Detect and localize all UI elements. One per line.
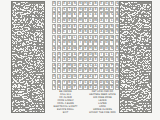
grid-cell: L <box>52 7 56 12</box>
grid-cell: G <box>72 18 77 23</box>
grid-cell: K <box>99 74 104 79</box>
grid-cell: R <box>88 40 92 45</box>
grid-cell: T <box>52 80 56 85</box>
grid-cell: K <box>62 46 67 51</box>
grid-cell: L <box>62 74 67 79</box>
grid-cell: N <box>109 46 114 51</box>
grid-cell: K <box>115 24 119 29</box>
grid-cell: L <box>72 35 77 40</box>
grid-cell: B <box>93 1 98 6</box>
grid-cell: R <box>109 24 114 29</box>
grid-cell: D <box>62 24 67 29</box>
grid-cell: U <box>104 68 109 73</box>
grid-cell: F <box>93 74 98 79</box>
grid-cell: Z <box>99 57 104 62</box>
grid-cell: G <box>72 80 77 85</box>
grid-cell: E <box>67 18 72 23</box>
grid-cell: R <box>88 68 92 73</box>
grid-cell: E <box>78 12 83 17</box>
grid-cell: F <box>78 74 83 79</box>
grid-cell: P <box>83 68 87 73</box>
grid-cell: E <box>72 24 77 29</box>
grid-cell: S <box>52 57 56 62</box>
grid-cell: O <box>99 35 104 40</box>
grid-cell: E <box>83 52 87 57</box>
grid-cell: A <box>52 63 56 68</box>
grid-cell: H <box>83 1 87 6</box>
grid-cell: 9 <box>88 24 92 29</box>
grid-cell: R <box>93 52 98 57</box>
grid-cell: 1 <box>88 29 92 34</box>
grid-cell: Z <box>67 57 72 62</box>
grid-cell: C <box>52 40 56 45</box>
grid-cell: E <box>72 7 77 12</box>
grid-cell: S <box>83 35 87 40</box>
grid-cell: L <box>104 52 109 57</box>
grid-cell: E <box>93 7 98 12</box>
grid-cell: A <box>88 57 92 62</box>
word-list-item: EXIT <box>47 112 84 115</box>
grid-cell: A <box>93 12 98 17</box>
word-search-grid: ELEARNHCBEGESLISTENEAEMAEPESMOKEALARMSAC… <box>52 1 118 88</box>
grid-cell: S <box>62 52 67 57</box>
grid-cell: D <box>83 57 87 62</box>
grid-cell: R <box>104 74 109 79</box>
grid-cell: M <box>109 29 114 34</box>
grid-cell: S <box>57 40 61 45</box>
grid-cell: D <box>115 74 119 79</box>
grid-cell: R <box>72 1 77 6</box>
grid-cell: O <box>72 40 77 45</box>
grid-cell: T <box>72 29 77 34</box>
grid-cell: O <box>62 35 67 40</box>
grid-cell: G <box>115 85 119 90</box>
grid-cell: L <box>88 12 92 17</box>
grid-cell: L <box>57 63 61 68</box>
grid-cell: S <box>115 1 119 6</box>
grid-cell: A <box>99 29 104 34</box>
grid-cell: T <box>67 7 72 12</box>
grid-cell: C <box>88 1 92 6</box>
grid-cell: S <box>57 12 61 17</box>
word-list: BE AWARECALL 911CO ALARMCOOK SAFELYCOOL … <box>47 91 121 115</box>
grid-cell: A <box>104 57 109 62</box>
grid-cell: D <box>78 68 83 73</box>
word-list-column-right: GET LOW AND GOHEATERS NEED SPACEKID FREE… <box>84 91 121 115</box>
grid-cell: N <box>83 40 87 45</box>
grid-cell: E <box>83 85 87 90</box>
grid-cell: T <box>67 35 72 40</box>
grid-cell: N <box>104 80 109 85</box>
grid-cell: C <box>52 18 56 23</box>
grid-cell: R <box>115 18 119 23</box>
grid-cell: W <box>72 46 77 51</box>
grid-cell: E <box>62 68 67 73</box>
grid-cell: R <box>115 63 119 68</box>
grid-cell: O <box>67 12 72 17</box>
grid-cell: P <box>78 52 83 57</box>
grid-cell: C <box>99 40 104 45</box>
grid-cell: R <box>93 46 98 51</box>
grid-cell: C <box>62 29 67 34</box>
grid-cell: E <box>109 1 114 6</box>
grid-cell: R <box>99 12 104 17</box>
grid-cell: E <box>93 35 98 40</box>
grid-cell: A <box>104 7 109 12</box>
grid-cell: E <box>115 46 119 51</box>
grid-cell: S <box>109 12 114 17</box>
grid-cell: E <box>83 46 87 51</box>
grid-cell: M <box>67 63 72 68</box>
grid-cell: L <box>109 18 114 23</box>
grid-cell: M <box>99 7 104 12</box>
grid-cell: T <box>78 80 83 85</box>
decorative-border-right <box>119 1 152 113</box>
grid-cell: E <box>52 1 56 6</box>
word-list-column-left: BE AWARECALL 911CO ALARMCOOK SAFELYCOOL … <box>47 91 84 115</box>
grid-cell: A <box>93 24 98 29</box>
grid-cell: G <box>104 1 109 6</box>
grid-cell: X <box>67 24 72 29</box>
grid-cell: E <box>78 46 83 51</box>
grid-cell: S <box>88 63 92 68</box>
grid-cell: A <box>67 1 72 6</box>
grid-cell: R <box>78 85 83 90</box>
grid-cell: F <box>72 85 77 90</box>
grid-cell: E <box>99 1 104 6</box>
grid-cell: E <box>109 7 114 12</box>
grid-cell: O <box>104 46 109 51</box>
grid-cell: K <box>57 35 61 40</box>
grid-cell: N <box>78 7 83 12</box>
grid-cell: E <box>78 63 83 68</box>
grid-cell: B <box>104 63 109 68</box>
grid-cell: I <box>104 18 109 23</box>
grid-cell: G <box>72 68 77 73</box>
grid-cell: O <box>104 40 109 45</box>
grid-cell: F <box>52 68 56 73</box>
grid-cell: M <box>104 12 109 17</box>
word-list-item: SPARKY THE FIRE DOG <box>84 112 121 115</box>
grid-cell: D <box>72 63 77 68</box>
puzzle-page: ELEARNHCBEGESLISTENEAEMAEPESMOKEALARMSAC… <box>0 0 160 120</box>
grid-cell: T <box>115 35 119 40</box>
grid-cell: J <box>57 74 61 79</box>
grid-cell: E <box>104 24 109 29</box>
grid-cell: E <box>83 7 87 12</box>
grid-cell: S <box>83 63 87 68</box>
grid-cell: R <box>52 29 56 34</box>
grid-cell: A <box>67 46 72 51</box>
grid-cell: I <box>57 7 61 12</box>
grid-cell: I <box>52 35 56 40</box>
grid-cell: E <box>88 80 92 85</box>
grid-cell: O <box>115 80 119 85</box>
grid-cell: T <box>99 68 104 73</box>
grid-cell: I <box>67 29 72 34</box>
grid-cell: B <box>57 80 61 85</box>
grid-cell: A <box>78 35 83 40</box>
grid-cell: D <box>88 52 92 57</box>
grid-cell: C <box>83 80 87 85</box>
grid-cell: Y <box>52 85 56 90</box>
grid-cell: N <box>78 1 83 6</box>
grid-cell: A <box>115 12 119 17</box>
grid-cell: I <box>99 63 104 68</box>
grid-cell: W <box>93 18 98 23</box>
grid-cell: O <box>93 80 98 85</box>
grid-cell: 1 <box>88 35 92 40</box>
grid-cell: U <box>67 74 72 79</box>
grid-cell: A <box>83 12 87 17</box>
grid-cell: M <box>62 12 67 17</box>
grid-cell: L <box>99 24 104 29</box>
grid-cell: A <box>109 68 114 73</box>
grid-cell: A <box>88 7 92 12</box>
grid-cell: E <box>57 52 61 57</box>
grid-cell: S <box>78 24 83 29</box>
grid-cell: T <box>109 40 114 45</box>
grid-cell: C <box>104 35 109 40</box>
grid-cell: R <box>67 80 72 85</box>
grid-cell: D <box>104 29 109 34</box>
grid-cell: O <box>57 29 61 34</box>
grid-cell: E <box>52 12 56 17</box>
grid-cell: P <box>115 7 119 12</box>
grid-cell: F <box>57 57 61 62</box>
grid-cell: S <box>109 80 114 85</box>
grid-cell: T <box>57 68 61 73</box>
grid-cell: N <box>67 40 72 45</box>
grid-cell: E <box>83 24 87 29</box>
grid-cell: I <box>99 52 104 57</box>
grid-cell: A <box>99 18 104 23</box>
grid-cell: D <box>99 80 104 85</box>
grid-cell: E <box>62 1 67 6</box>
grid-cell: O <box>62 40 67 45</box>
grid-cell: L <box>88 18 92 23</box>
decorative-border-left <box>11 1 45 113</box>
grid-cell: I <box>115 57 119 62</box>
grid-cell: E <box>93 57 98 62</box>
grid-cell: I <box>78 40 83 45</box>
grid-cell: M <box>78 18 83 23</box>
grid-cell: E <box>93 68 98 73</box>
grid-cell: H <box>115 40 119 45</box>
grid-cell: F <box>115 52 119 57</box>
grid-cell: E <box>67 68 72 73</box>
grid-cell: T <box>83 18 87 23</box>
grid-cell: P <box>109 63 114 68</box>
grid-cell: R <box>93 29 98 34</box>
grid-cell: E <box>115 68 119 73</box>
grid-cell: A <box>93 63 98 68</box>
grid-cell: L <box>57 18 61 23</box>
grid-cell: A <box>83 74 87 79</box>
grid-cell: T <box>52 24 56 29</box>
grid-cell: A <box>52 46 56 51</box>
grid-cell: K <box>72 12 77 17</box>
grid-cell: A <box>88 74 92 79</box>
grid-cell: C <box>67 52 72 57</box>
grid-cell: Y <box>115 29 119 34</box>
grid-cell: L <box>57 1 61 6</box>
grid-cell: A <box>62 57 67 62</box>
grid-cell: O <box>57 24 61 29</box>
grid-cell: A <box>72 52 77 57</box>
grid-cell: S <box>62 7 67 12</box>
grid-cell: N <box>72 57 77 62</box>
grid-cell: O <box>57 46 61 51</box>
grid-cell: M <box>93 40 98 45</box>
grid-cell: W <box>99 46 104 51</box>
grid-cell: L <box>109 52 114 57</box>
grid-cell: N <box>62 18 67 23</box>
grid-cell: W <box>78 57 83 62</box>
grid-cell: L <box>52 52 56 57</box>
grid-cell: E <box>52 74 56 79</box>
grid-cell: Y <box>62 80 67 85</box>
grid-cell: C <box>109 74 114 79</box>
grid-cell: O <box>109 57 114 62</box>
grid-cell: R <box>83 29 87 34</box>
grid-cell: H <box>88 46 92 51</box>
grid-cell: W <box>109 35 114 40</box>
grid-cell: F <box>62 63 67 68</box>
grid-cell: B <box>78 29 83 34</box>
grid-cell: O <box>72 74 77 79</box>
